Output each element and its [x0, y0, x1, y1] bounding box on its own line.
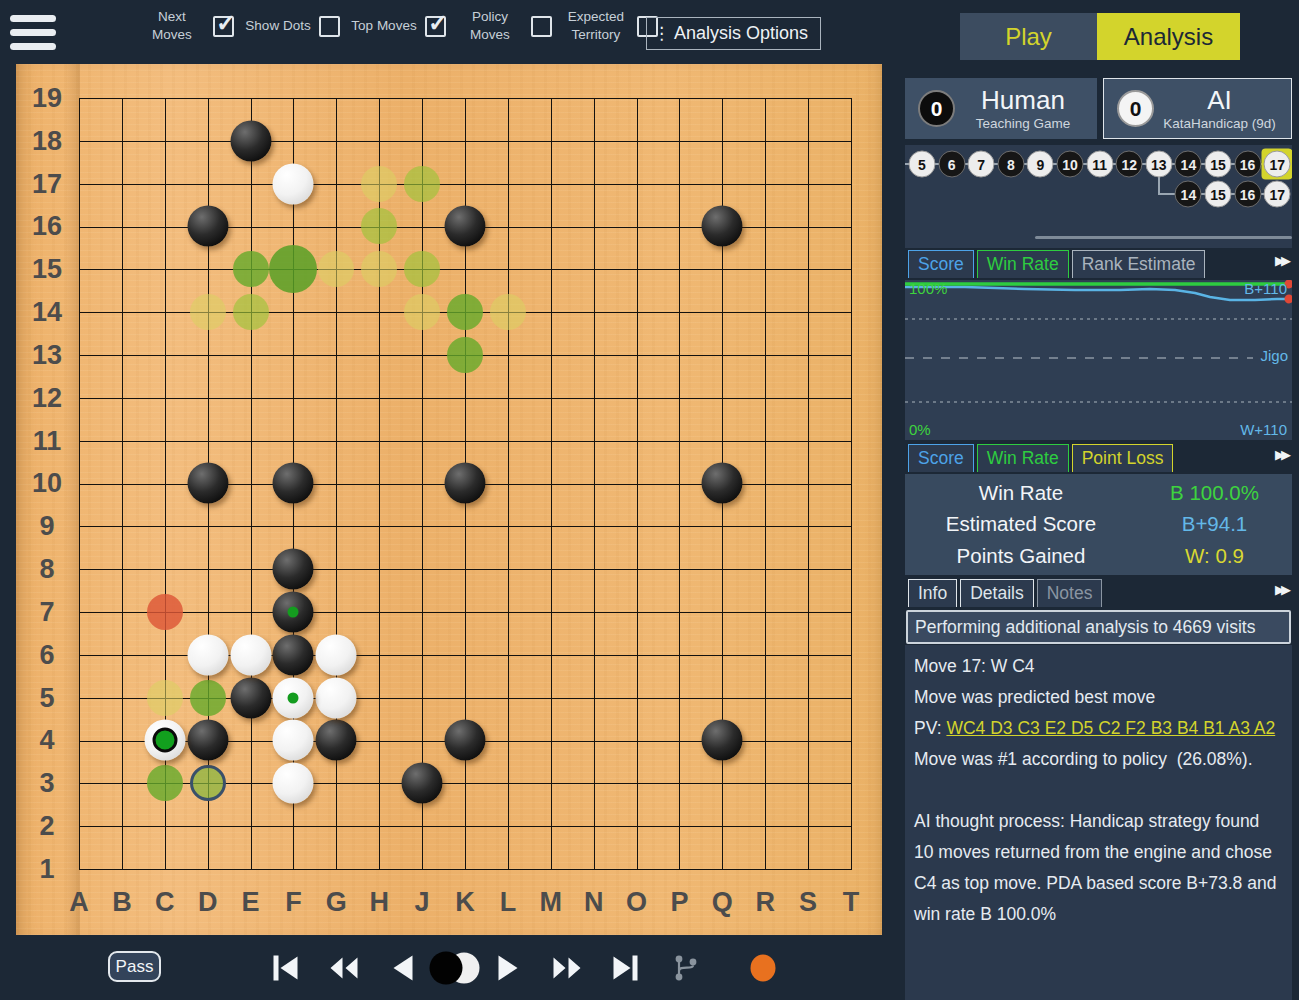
row-coordinate-label: 12	[32, 382, 62, 413]
row-coordinate-label: 5	[39, 682, 54, 713]
checkmark-icon: ✓	[216, 9, 236, 37]
toolbar-option-label: Expected Territory	[562, 8, 630, 44]
hint-dot-K14[interactable]	[447, 294, 483, 330]
row-coordinate-label: 14	[32, 297, 62, 328]
vertical-ellipsis-icon: ⋮	[653, 23, 670, 44]
column-coordinate-label: Q	[712, 887, 733, 918]
column-coordinate-label: M	[540, 887, 563, 918]
graph-label-0: 0%	[909, 421, 931, 438]
stone-white-E6[interactable]	[230, 634, 271, 675]
hint-dot-L14[interactable]	[490, 294, 526, 330]
move-info-text: Move 17: W C4 Move was predicted best mo…	[905, 645, 1292, 1000]
grid-line	[594, 98, 595, 870]
stone-black-K16[interactable]	[445, 206, 486, 247]
stone-black-G4[interactable]	[316, 720, 357, 761]
graph-label-jigo: Jigo	[1260, 347, 1288, 364]
row-coordinate-label: 18	[32, 125, 62, 156]
stone-black-F6[interactable]	[273, 634, 314, 675]
column-coordinate-label: G	[326, 887, 347, 918]
column-coordinate-label: D	[198, 887, 218, 918]
graph-tab-row: ScoreWin RateRank Estimate▶▶	[905, 250, 1292, 278]
pass-button[interactable]: Pass	[108, 951, 161, 982]
tab-win-rate[interactable]: Win Rate	[977, 444, 1069, 472]
stat-row: Estimated ScoreB+94.1	[905, 512, 1292, 536]
stat-row: Points GainedW: 0.9	[905, 544, 1292, 568]
analysis-display-options: Next Moves✓Show Dots✓Top Moves✓Policy Mo…	[138, 8, 668, 44]
hint-dot-E15[interactable]	[233, 251, 269, 287]
move-node-13[interactable]: 13	[1145, 151, 1172, 178]
stone-black-D10[interactable]	[187, 463, 228, 504]
hint-dot-H17[interactable]	[361, 166, 397, 202]
row-coordinate-label: 4	[39, 725, 54, 756]
policy-line: Move was #1 according to policy (26.08%)…	[914, 744, 1283, 775]
checkmark-icon: ✓	[428, 9, 448, 37]
column-coordinate-label: N	[584, 887, 604, 918]
tab-info[interactable]: Info	[908, 579, 957, 607]
grid-line	[79, 826, 852, 827]
toolbar-option-label: Policy Moves	[456, 8, 524, 44]
expand-arrows-icon[interactable]: ▶▶	[1275, 447, 1287, 462]
predicted-line: Move was predicted best move	[914, 682, 1283, 713]
hint-dot-D14[interactable]	[190, 294, 226, 330]
black-player-name: Human	[981, 86, 1065, 115]
stat-row: Win RateB 100.0%	[905, 481, 1292, 505]
stone-black-F8[interactable]	[273, 549, 314, 590]
hint-dot-C3[interactable]	[147, 765, 183, 801]
tab-score[interactable]: Score	[908, 444, 974, 472]
hint-dot-H15[interactable]	[361, 251, 397, 287]
move-node-12[interactable]: 12	[1116, 151, 1143, 178]
white-player-name: AI	[1207, 86, 1232, 115]
grid-line	[679, 98, 680, 870]
row-coordinate-label: 11	[33, 425, 62, 456]
stat-value: B 100.0%	[1137, 481, 1292, 505]
column-coordinate-label: A	[69, 887, 89, 918]
stone-white-F4[interactable]	[273, 720, 314, 761]
grid-line	[637, 98, 638, 870]
toolbar-option: Expected Territory✓	[562, 8, 658, 44]
column-coordinate-label: K	[455, 887, 475, 918]
row-coordinate-label: 2	[39, 811, 54, 842]
move-node-10[interactable]: 10	[1057, 151, 1084, 178]
stone-white-G5[interactable]	[316, 677, 357, 718]
move-node-11[interactable]: 11	[1086, 151, 1113, 178]
checkbox-policy-moves[interactable]: ✓	[531, 16, 552, 37]
column-coordinate-label: T	[843, 887, 860, 918]
pv-link[interactable]: WC4 D3 C3 E2 D5 C2 F2 B3 B4 B1 A3 A2	[946, 718, 1275, 738]
column-coordinate-label: L	[500, 887, 517, 918]
move-node-5[interactable]: 5	[909, 151, 936, 178]
row-coordinate-label: 1	[39, 853, 54, 884]
checkbox-top-moves[interactable]: ✓	[425, 16, 446, 37]
grid-line	[79, 569, 852, 570]
stat-label: Estimated Score	[905, 512, 1137, 536]
stone-black-E5[interactable]	[230, 677, 271, 718]
move-node-16[interactable]: 16	[1234, 151, 1261, 178]
stone-black-D16[interactable]	[187, 206, 228, 247]
hint-dot-J14[interactable]	[404, 294, 440, 330]
hint-dot-C5[interactable]	[147, 680, 183, 716]
move-node-15[interactable]: 15	[1205, 181, 1232, 208]
graph-label-100: 100%	[909, 280, 947, 297]
hint-dot-J17[interactable]	[404, 166, 440, 202]
grid-line	[851, 98, 852, 870]
player-card-black[interactable]: 0 Human Teaching Game	[905, 78, 1097, 139]
stone-black-F10[interactable]	[273, 463, 314, 504]
tab-details[interactable]: Details	[960, 579, 1034, 607]
board-label-shade	[64, 64, 80, 935]
move-number-line: Move 17: W C4	[914, 651, 1283, 682]
engine-status-indicator	[748, 952, 778, 984]
previous-move-button[interactable]	[390, 953, 415, 982]
move-tree[interactable]: 56789101112131415161714151617	[905, 145, 1292, 248]
column-coordinate-label: R	[755, 887, 775, 918]
analysis-options-button[interactable]: ⋮ Analysis Options	[646, 17, 821, 50]
tab-rank-estimate[interactable]: Rank Estimate	[1072, 250, 1206, 278]
player-card-white[interactable]: 0 AI KataHandicap (9d)	[1103, 78, 1292, 139]
engine-status-message: Performing additional analysis to 4669 v…	[906, 610, 1291, 644]
stone-black-D4[interactable]	[187, 720, 228, 761]
stone-black-Q10[interactable]	[702, 463, 743, 504]
row-coordinate-label: 19	[32, 83, 62, 114]
move-node-17[interactable]: 17	[1264, 151, 1291, 178]
grid-line	[79, 612, 852, 613]
skip-to-end-button[interactable]	[612, 953, 641, 982]
stat-label: Points Gained	[905, 544, 1137, 568]
column-coordinate-label: H	[369, 887, 389, 918]
white-player-subtitle: KataHandicap (9d)	[1163, 116, 1276, 131]
black-captures-count: 0	[918, 90, 955, 127]
move-node-15[interactable]: 15	[1205, 151, 1232, 178]
next-move-button[interactable]	[497, 953, 522, 982]
stats-tab-row: ScoreWin RatePoint Loss▶▶	[905, 444, 1292, 472]
column-coordinate-label: B	[112, 887, 132, 918]
branch-icon[interactable]	[670, 952, 700, 984]
toolbar-option-label: Top Moves	[350, 17, 418, 35]
move-node-14[interactable]: 14	[1175, 181, 1202, 208]
toolbar-option: Top Moves✓	[350, 16, 446, 37]
fast-rewind-button[interactable]	[329, 955, 360, 980]
column-coordinate-label: F	[285, 887, 302, 918]
row-coordinate-label: 16	[32, 211, 62, 242]
graph-label-w110: W+110	[1240, 421, 1287, 438]
stat-label: Win Rate	[905, 481, 1137, 505]
hint-dot-C7[interactable]	[147, 594, 183, 630]
stone-black-E18[interactable]	[230, 120, 271, 161]
row-coordinate-label: 7	[39, 596, 54, 627]
column-coordinate-label: J	[415, 887, 430, 918]
move-node-17[interactable]: 17	[1264, 181, 1291, 208]
expand-arrows-icon[interactable]: ▶▶	[1275, 582, 1287, 597]
toolbar-option: Next Moves✓	[138, 8, 234, 44]
row-coordinate-label: 3	[39, 768, 54, 799]
move-node-16[interactable]: 16	[1234, 181, 1261, 208]
toolbar-option-label: Show Dots	[244, 17, 312, 35]
hint-dot-F15[interactable]	[269, 245, 317, 293]
tab-win-rate[interactable]: Win Rate	[977, 250, 1069, 278]
stat-value: W: 0.9	[1137, 544, 1292, 568]
tab-notes[interactable]: Notes	[1037, 579, 1103, 607]
move-node-14[interactable]: 14	[1175, 151, 1202, 178]
stone-black-J3[interactable]	[402, 763, 443, 804]
move-node-8[interactable]: 8	[997, 151, 1024, 178]
column-coordinate-label: C	[155, 887, 175, 918]
expand-arrows-icon[interactable]: ▶▶	[1275, 253, 1287, 268]
hint-dot-J15[interactable]	[404, 251, 440, 287]
row-coordinate-label: 10	[32, 468, 62, 499]
move-node-6[interactable]: 6	[938, 151, 965, 178]
stone-white-F3[interactable]	[273, 763, 314, 804]
win-rate-graph: 100% B+110 Jigo 0% W+110	[905, 280, 1292, 440]
stone-black-K10[interactable]	[445, 463, 486, 504]
column-coordinate-label: E	[242, 887, 260, 918]
info-tab-row: InfoDetailsNotes▶▶	[905, 579, 1292, 607]
stone-black-K4[interactable]	[445, 720, 486, 761]
graph-label-b110: B+110	[1244, 280, 1287, 297]
hint-dot-G15[interactable]	[318, 251, 354, 287]
stone-white-D6[interactable]	[187, 634, 228, 675]
skip-to-start-button[interactable]	[271, 953, 300, 982]
hamburger-menu-icon[interactable]	[10, 13, 56, 53]
checkbox-next-moves[interactable]: ✓	[213, 16, 234, 37]
row-coordinate-label: 13	[32, 339, 62, 370]
grid-line	[79, 526, 852, 527]
current-player-indicator	[429, 950, 483, 986]
last-move-marker	[152, 728, 177, 753]
go-board[interactable]: 19181716151413121110987654321ABCDEFGHJKL…	[16, 64, 882, 935]
row-coordinate-label: 15	[32, 254, 62, 285]
grid-line	[551, 98, 552, 870]
column-coordinate-label: O	[626, 887, 647, 918]
row-coordinate-label: 17	[32, 168, 62, 199]
grid-line	[508, 98, 509, 870]
stone-black-Q4[interactable]	[702, 720, 743, 761]
fast-forward-button[interactable]	[552, 955, 583, 980]
column-coordinate-label: P	[670, 887, 688, 918]
stone-white-F17[interactable]	[273, 163, 314, 204]
black-player-subtitle: Teaching Game	[976, 116, 1071, 131]
grid-line	[808, 98, 809, 870]
ai-thought-paragraph: AI thought process: Handicap strategy fo…	[914, 806, 1283, 930]
move-eval-dot-F5	[288, 692, 299, 703]
move-node-7[interactable]: 7	[968, 151, 995, 178]
tab-score[interactable]: Score	[908, 250, 974, 278]
grid-line	[79, 869, 852, 870]
toolbar-option: Policy Moves✓	[456, 8, 552, 44]
white-captures-count: 0	[1117, 90, 1154, 127]
app-window: Next Moves✓Show Dots✓Top Moves✓Policy Mo…	[0, 0, 1299, 1000]
column-coordinate-label: S	[799, 887, 817, 918]
stat-value: B+94.1	[1137, 512, 1292, 536]
hint-dot-D5[interactable]	[190, 680, 226, 716]
grid-line	[765, 98, 766, 870]
hint-dot-E14[interactable]	[233, 294, 269, 330]
tab-point-loss[interactable]: Point Loss	[1072, 444, 1174, 472]
hint-dot-D3[interactable]	[190, 765, 226, 801]
toolbar-option-label: Next Moves	[138, 8, 206, 44]
hint-dot-K13[interactable]	[447, 337, 483, 373]
stone-white-G6[interactable]	[316, 634, 357, 675]
row-coordinate-label: 6	[39, 639, 54, 670]
row-coordinate-label: 9	[39, 511, 54, 542]
hint-dot-H16[interactable]	[361, 208, 397, 244]
move-eval-dot-F7	[288, 606, 299, 617]
stats-table: Win RateB 100.0%Estimated ScoreB+94.1Poi…	[905, 474, 1292, 575]
stone-black-Q16[interactable]	[702, 206, 743, 247]
tree-scrollbar[interactable]	[1035, 236, 1292, 239]
move-node-9[interactable]: 9	[1027, 151, 1054, 178]
checkbox-show-dots[interactable]: ✓	[319, 16, 340, 37]
toolbar-option: Show Dots✓	[244, 16, 340, 37]
analysis-panel: 0 Human Teaching Game 0 AI KataHandicap …	[905, 0, 1292, 1000]
pv-line: PV: WC4 D3 C3 E2 D5 C2 F2 B3 B4 B1 A3 A2	[914, 713, 1283, 744]
row-coordinate-label: 8	[39, 554, 54, 585]
